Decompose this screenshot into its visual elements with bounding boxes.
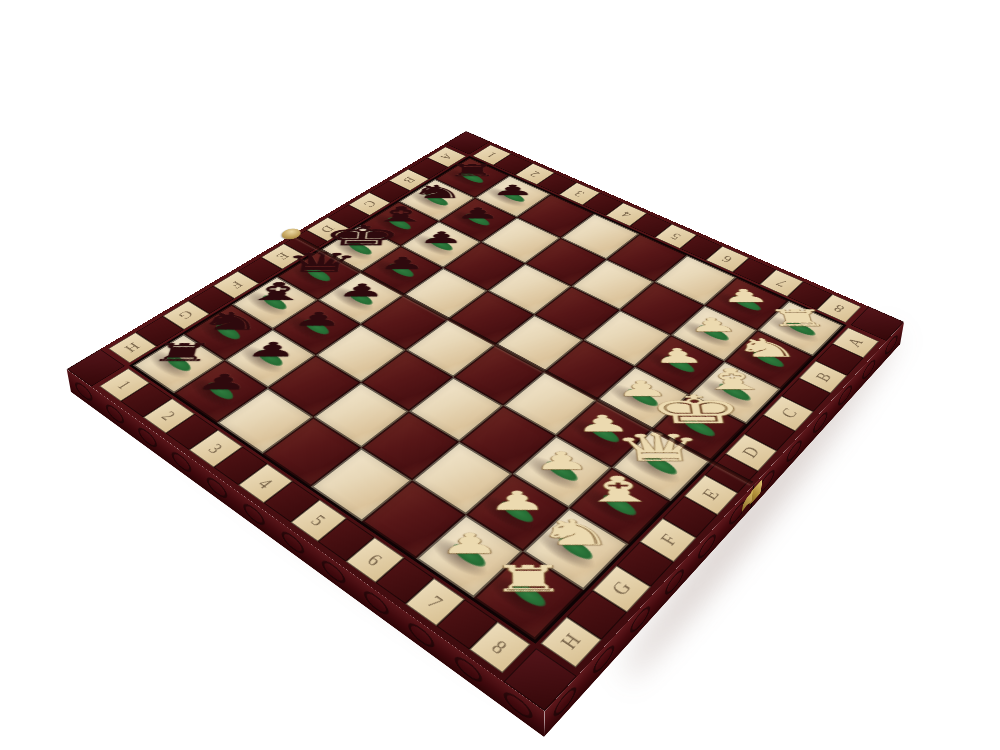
file-label-G: G bbox=[608, 579, 634, 599]
light-p-glyph: ♟ bbox=[614, 315, 812, 334]
rank-label-5: 5 bbox=[308, 512, 330, 528]
border-cell-dark bbox=[744, 415, 795, 451]
dark-r-glyph: ♜ bbox=[389, 162, 555, 179]
rank-label-3: 3 bbox=[205, 441, 226, 456]
border-cell-labeled: C bbox=[763, 396, 813, 431]
file-label-H: H bbox=[558, 631, 585, 653]
file-label-C: C bbox=[777, 406, 799, 420]
rank-label-1: 1 bbox=[115, 378, 135, 391]
border-cell-dark bbox=[121, 383, 172, 417]
rank-label-4: 4 bbox=[255, 475, 276, 490]
rank-label-5: 5 bbox=[668, 231, 683, 241]
rank-label-2: 2 bbox=[159, 409, 179, 423]
dark-n-glyph: ♞ bbox=[130, 309, 330, 333]
rank-label-6: 6 bbox=[364, 551, 386, 569]
rank-label-6: 6 bbox=[720, 254, 735, 264]
file-label-F: F bbox=[656, 531, 679, 548]
clasp-hook bbox=[742, 491, 753, 512]
scene: 1234567812345678ABCDEFGHABCDEFGH ♜♟♞♟♝♟♚… bbox=[198, 15, 792, 675]
light-p-glyph: ♟ bbox=[649, 287, 842, 305]
board: 1234567812345678ABCDEFGHABCDEFGH ♜♟♞♟♝♟♚… bbox=[67, 131, 904, 711]
perspective-wrapper: 1234567812345678ABCDEFGHABCDEFGH ♜♟♞♟♝♟♚… bbox=[198, 15, 792, 675]
dark-q-glyph: ♛ bbox=[226, 249, 413, 276]
dark-k-glyph: ♚ bbox=[270, 222, 451, 250]
file-label-D: D bbox=[739, 444, 763, 460]
photo-stage: 1234567812345678ABCDEFGHABCDEFGH ♜♟♞♟♝♟♚… bbox=[0, 0, 1000, 750]
file-label-E: E bbox=[700, 486, 723, 502]
dark-n-glyph: ♞ bbox=[352, 183, 522, 201]
rank-label-4: 4 bbox=[619, 210, 634, 219]
border-cell-labeled: 2 bbox=[143, 398, 195, 433]
rank-label-8: 8 bbox=[488, 637, 511, 657]
rank-label-7: 7 bbox=[424, 592, 446, 611]
dark-b-glyph: ♝ bbox=[180, 279, 373, 303]
rank-label-1: 1 bbox=[485, 151, 499, 159]
